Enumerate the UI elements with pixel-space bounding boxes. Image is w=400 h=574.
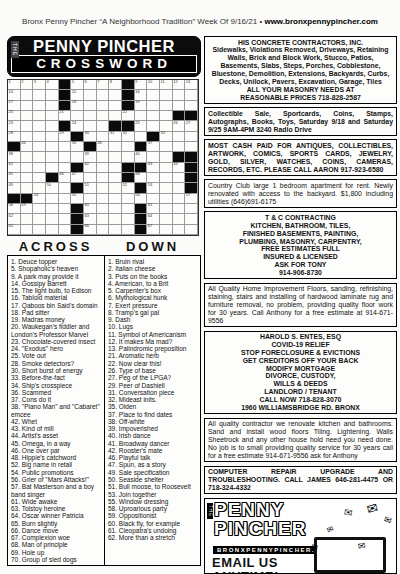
cell-number: 23 xyxy=(9,121,13,126)
grid-cell xyxy=(160,173,173,183)
cell-number: 40 xyxy=(135,152,139,157)
ad-2: Collectible Sale, Sportcards, Coins, Sta… xyxy=(204,107,397,136)
grid-cell-black xyxy=(122,163,135,173)
cell-number: 36 xyxy=(97,141,101,146)
clue-item: 54. Public promotions xyxy=(11,469,103,476)
clue-item: 43. Kind of mill xyxy=(11,425,103,432)
cell-number: 63 xyxy=(85,214,89,219)
grid-cell xyxy=(21,163,34,173)
clue-item: 60. Black fly, for example xyxy=(108,520,199,527)
clue-item: 24. "Exodus" hero xyxy=(11,345,103,352)
grid-cell xyxy=(97,152,110,162)
clue-item: 1. Bruin rival xyxy=(108,258,199,265)
grid-cell xyxy=(33,214,46,224)
grid-cell: 54 xyxy=(33,194,46,204)
email-ad-name-line2: PINCHER xyxy=(205,518,396,537)
grid-cell xyxy=(135,132,148,142)
grid-cell xyxy=(160,225,173,235)
clue-item: 8. Tramp's gal pal xyxy=(108,309,199,316)
cell-number: 57 xyxy=(186,193,190,198)
clue-item: 7. Exert pressure xyxy=(108,302,199,309)
clue-item: 11. Symbol of Americanism xyxy=(108,331,199,338)
grid-cell xyxy=(59,152,72,162)
grid-cell xyxy=(46,152,59,162)
grid-cell xyxy=(109,101,122,111)
grid-cell xyxy=(173,90,186,100)
cell-number: 47 xyxy=(72,172,76,177)
cell-number: 67 xyxy=(148,224,152,229)
grid-cell xyxy=(33,121,46,131)
cell-number: 44 xyxy=(173,162,177,167)
cell-number: 28 xyxy=(9,131,13,136)
down-clues: 1. Bruin rival2. Italian cheese3. Puts o… xyxy=(104,256,200,565)
grid-cell xyxy=(160,101,173,111)
grid-cell xyxy=(21,225,34,235)
grid-cell xyxy=(185,142,198,152)
page-header: Bronx Penny Pincher “A Neighborhood Trad… xyxy=(0,17,400,26)
grid-cell: 12 xyxy=(173,80,186,90)
grid-cell xyxy=(185,225,198,235)
clue-item: 46. Playful talk xyxy=(108,454,199,461)
clue-item: 69. Hole up xyxy=(11,549,103,556)
clue-item: 35. Olden xyxy=(108,403,199,410)
cell-number: 35 xyxy=(72,141,76,146)
grid-cell-black xyxy=(185,152,198,162)
crossword-grid: 1234567891011121314151617181920212223242… xyxy=(7,79,199,236)
grid-cell: 46 xyxy=(59,173,72,183)
logo-the-label: THE xyxy=(11,41,19,58)
clue-item: 66. Dance move xyxy=(11,527,103,534)
grid-cell xyxy=(160,163,173,173)
grid-cell xyxy=(122,204,135,214)
grid-cell: 31 xyxy=(109,132,122,142)
cell-number: 14 xyxy=(9,90,13,95)
grid-cell-black xyxy=(71,214,84,224)
clue-item: 5. Shopaholic's heaven xyxy=(11,265,103,272)
grid-cell xyxy=(21,111,34,121)
cell-number: 33 xyxy=(161,131,165,136)
clue-headers: ACROSS DOWN xyxy=(7,239,201,254)
clue-item: 27. Peg of the LPGA? xyxy=(108,374,199,381)
grid-cell-black xyxy=(122,90,135,100)
grid-cell xyxy=(109,194,122,204)
cell-number: 26 xyxy=(173,121,177,126)
grid-cell xyxy=(97,121,110,131)
clue-item: 25. Vote out xyxy=(11,352,103,359)
cell-number: 48 xyxy=(135,172,139,177)
clue-item: 56. Grier of "Mars Attacks!" xyxy=(11,476,103,483)
grid-cell xyxy=(97,204,110,214)
grid-cell: 42 xyxy=(84,163,97,173)
cell-number: 39 xyxy=(85,152,89,157)
grid-cell-black xyxy=(185,173,198,183)
grid-cell: 30 xyxy=(84,132,97,142)
grid-cell xyxy=(21,152,34,162)
grid-cell: 7 xyxy=(97,80,110,90)
cell-number: 45 xyxy=(9,172,13,177)
clue-item: 42. Whet xyxy=(11,418,103,425)
grid-cell-black xyxy=(71,225,84,235)
crossword-section: THE PENNY PINCHER CROSSWORD 123456789101… xyxy=(7,36,201,566)
clue-item: 33. Before-the-fact xyxy=(11,374,103,381)
grid-cell xyxy=(97,214,110,224)
grid-cell-black xyxy=(135,225,148,235)
cell-number: 58 xyxy=(9,203,13,208)
grid-cell: 10 xyxy=(147,80,160,90)
clue-item: 20. Waukegan's fiddler and London's Prof… xyxy=(11,323,103,338)
clue-item: 70. Group of sled dogs xyxy=(11,556,103,563)
grid-cell xyxy=(46,142,59,152)
header-url: www.bronxpennypincher.com xyxy=(264,17,378,26)
clue-item: 1. Deuce topper xyxy=(11,258,103,265)
grid-cell xyxy=(21,121,34,131)
cell-number: 43 xyxy=(148,162,152,167)
grid-cell xyxy=(147,121,160,131)
grid-cell: 8 xyxy=(109,80,122,90)
clue-item: 55. Window dressing xyxy=(108,498,199,505)
clue-item: 36. Scammed xyxy=(11,389,103,396)
grid-cell: 24 xyxy=(71,121,84,131)
cell-number: 51 xyxy=(85,183,89,188)
cell-number: 52 xyxy=(123,183,127,188)
grid-cell xyxy=(185,90,198,100)
across-clues: 1. Deuce topper5. Shopaholic's heaven9. … xyxy=(8,256,104,565)
grid-cell: 65 xyxy=(8,225,21,235)
grid-cell: 49 xyxy=(8,183,21,193)
grid-cell xyxy=(109,183,122,193)
grid-cell xyxy=(46,214,59,224)
grid-cell xyxy=(33,101,46,111)
grid-cell xyxy=(21,183,34,193)
clue-item: 12. It makes Ma mad? xyxy=(108,338,199,345)
grid-cell xyxy=(173,225,186,235)
grid-cell xyxy=(109,173,122,183)
grid-cell xyxy=(46,132,59,142)
grid-cell: 4 xyxy=(46,80,59,90)
grid-cell xyxy=(160,204,173,214)
grid-cell xyxy=(160,152,173,162)
cell-number: 19 xyxy=(135,100,139,105)
grid-cell xyxy=(46,111,59,121)
grid-cell: 40 xyxy=(135,152,148,162)
ad-5: T & C CONTRACTING KITCHEN, BATHROOM, TIL… xyxy=(204,211,397,279)
clue-item: 59. Oppositionist xyxy=(108,512,199,519)
clue-item: 48. Hippie's catchword xyxy=(11,454,103,461)
grid-cell-black xyxy=(135,214,148,224)
clue-item: 50. Seaside shelter xyxy=(108,476,199,483)
header-text: Bronx Penny Pincher “A Neighborhood Trad… xyxy=(22,17,264,26)
clue-item: 14. Gossipy Barrett xyxy=(11,280,103,287)
clue-item: 19. Madras money xyxy=(11,316,103,323)
cell-number: 17 xyxy=(9,100,13,105)
cell-number: 41 xyxy=(9,162,13,167)
clue-item: 22. Now clear this! xyxy=(108,360,199,367)
ad-3: MOST CASH PAID FOR ANTIQUES, COLLECTIBLE… xyxy=(204,139,397,175)
grid-cell: 22 xyxy=(122,111,135,121)
grid-cell: 34 xyxy=(21,142,34,152)
clue-item: 3. Puts on the books xyxy=(108,273,199,280)
clue-item: 44. Artist's asset xyxy=(11,432,103,439)
grid-cell xyxy=(59,142,72,152)
grid-cell xyxy=(46,163,59,173)
grid-cell xyxy=(122,214,135,224)
grid-cell: 47 xyxy=(71,173,84,183)
grid-cell xyxy=(21,90,34,100)
grid-cell xyxy=(33,152,46,162)
cell-number: 30 xyxy=(85,131,89,136)
grid-cell xyxy=(97,225,110,235)
grid-cell xyxy=(160,214,173,224)
grid-cell xyxy=(59,194,72,204)
grid-cell: 28 xyxy=(8,132,21,142)
grid-cell: 57 xyxy=(185,194,198,204)
grid-cell: 19 xyxy=(135,101,148,111)
grid-cell xyxy=(147,101,160,111)
grid-cell xyxy=(46,101,59,111)
clue-item: 5. Carpenter's box xyxy=(108,287,199,294)
grid-cell: 33 xyxy=(160,132,173,142)
email-ad-the-label: THE xyxy=(207,503,213,519)
clue-item: 31. Conversation piece xyxy=(108,389,199,396)
grid-cell xyxy=(84,101,97,111)
clue-item: 58. Uproarious party xyxy=(108,505,199,512)
cell-number: 5 xyxy=(72,80,74,85)
grid-cell: 37 xyxy=(147,142,160,152)
ad-9: COMPUTER REPAIR UPGRADE AND TROUBLESHOOT… xyxy=(204,466,397,495)
clue-item: 21. Aromatic herb xyxy=(108,352,199,359)
grid-cell: 21 xyxy=(59,111,72,121)
cell-number: 34 xyxy=(21,141,25,146)
grid-cell-black xyxy=(71,204,84,214)
clue-item: 4. American, to a Brit xyxy=(108,280,199,287)
grid-cell xyxy=(109,152,122,162)
grid-cell xyxy=(97,111,110,121)
grid-cell xyxy=(109,111,122,121)
grid-cell xyxy=(21,173,34,183)
clue-item: 18. Pad sitter xyxy=(11,309,103,316)
clue-item: 15. The light bulb, to Edison xyxy=(11,287,103,294)
clue-item: 9. Dash xyxy=(108,316,199,323)
grid-cell xyxy=(185,101,198,111)
grid-cell: 3 xyxy=(33,80,46,90)
grid-cell xyxy=(185,214,198,224)
clue-item: 47. Spun, as a story xyxy=(108,461,199,468)
clue-item: 51. Bull moose, to Roosevelt xyxy=(108,483,199,490)
logo-subtitle: CROSSWORD xyxy=(12,56,196,72)
clue-item: 63. Tolstoy heroine xyxy=(11,505,103,512)
grid-cell xyxy=(21,214,34,224)
grid-cell xyxy=(173,142,186,152)
grid-cell xyxy=(97,173,110,183)
grid-cell xyxy=(173,214,186,224)
cell-number: 59 xyxy=(21,203,25,208)
grid-cell xyxy=(33,90,46,100)
grid-cell: 25 xyxy=(135,121,148,131)
cell-number: 8 xyxy=(110,80,112,85)
cell-number: 7 xyxy=(97,80,99,85)
grid-cell xyxy=(173,194,186,204)
clue-item: 32. Mideast inits. xyxy=(108,396,199,403)
cell-number: 10 xyxy=(148,80,152,85)
clue-item: 37. Place to find dates xyxy=(108,411,199,418)
grid-cell xyxy=(160,111,173,121)
grid-cell-black xyxy=(135,204,148,214)
grid-cell-black xyxy=(122,80,135,90)
grid-cell: 66 xyxy=(84,225,97,235)
clue-item: 38. Off-white xyxy=(108,418,199,425)
cell-number: 16 xyxy=(135,90,139,95)
cell-number: 22 xyxy=(123,110,127,115)
grid-cell: 59 xyxy=(21,204,34,214)
grid-cell xyxy=(33,132,46,142)
cell-number: 62 xyxy=(9,214,13,219)
across-header: ACROSS xyxy=(7,239,104,254)
grid-cell: 50 xyxy=(46,183,59,193)
clue-item: 17. Qaboos bin Said's domain xyxy=(11,302,103,309)
grid-cell: 11 xyxy=(160,80,173,90)
cell-number: 6 xyxy=(85,80,87,85)
down-header: DOWN xyxy=(104,239,201,254)
grid-cell xyxy=(33,173,46,183)
grid-cell: 35 xyxy=(71,142,84,152)
grid-cell xyxy=(173,173,186,183)
grid-cell xyxy=(59,214,72,224)
cell-number: 42 xyxy=(85,162,89,167)
clue-item: 45. Omega, in a way xyxy=(11,440,103,447)
cell-number: 2 xyxy=(21,80,23,85)
clue-item: 28. Smoke detectors? xyxy=(11,360,103,367)
cell-number: 21 xyxy=(59,110,63,115)
clue-item: 68. Man of principle xyxy=(11,541,103,548)
clue-item: 61. Cleopatra's undoing xyxy=(108,527,199,534)
clue-item: 23. Chocolate-covered insect xyxy=(11,338,103,345)
grid-cell: 67 xyxy=(147,225,160,235)
clue-item: 67. Complexion woe xyxy=(11,534,103,541)
ad-6: All Quality Home Improvement Floors, san… xyxy=(204,283,397,327)
cell-number: 15 xyxy=(72,90,76,95)
grid-cell xyxy=(109,214,122,224)
grid-cell xyxy=(33,111,46,121)
cell-number: 55 xyxy=(72,193,76,198)
grid-cell xyxy=(122,194,135,204)
grid-cell: 2 xyxy=(21,80,34,90)
grid-cell xyxy=(122,225,135,235)
grid-cell xyxy=(109,163,122,173)
clue-item: 64. Oscar winner Patricia xyxy=(11,512,103,519)
grid-cell xyxy=(97,183,110,193)
ad-1: HIS CONCRETE CONTRACTORS, INC. Sidewalks… xyxy=(204,36,397,104)
clue-item: 30. Short burst of energy xyxy=(11,367,103,374)
grid-cell xyxy=(46,204,59,214)
grid-cell xyxy=(97,163,110,173)
cell-number: 4 xyxy=(47,80,49,85)
grid-cell xyxy=(33,204,46,214)
grid-cell xyxy=(109,142,122,152)
clue-item: 6. Mythological hunk xyxy=(108,294,199,301)
grid-cell xyxy=(147,90,160,100)
cell-number: 27 xyxy=(186,121,190,126)
grid-cell xyxy=(97,194,110,204)
grid-cell: 32 xyxy=(122,132,135,142)
cell-number: 60 xyxy=(85,203,89,208)
cell-number: 9 xyxy=(135,80,137,85)
grid-cell xyxy=(160,90,173,100)
clue-item: 40. Irish dance xyxy=(108,432,199,439)
grid-cell: 51 xyxy=(84,183,97,193)
ad-7: HAROLD S. ENTES, ESQ COVID-19 RELIEF STO… xyxy=(204,331,397,415)
cell-number: 50 xyxy=(47,183,51,188)
grid-cell xyxy=(71,152,84,162)
grid-cell xyxy=(173,132,186,142)
crossword-logo: THE PENNY PINCHER CROSSWORD xyxy=(7,36,201,77)
grid-cell xyxy=(59,225,72,235)
clue-item: 13. Palindromic preposition xyxy=(108,345,199,352)
cell-number: 65 xyxy=(9,224,13,229)
grid-cell: 36 xyxy=(97,142,110,152)
grid-cell xyxy=(173,183,186,193)
logo-subtitle-box: CROSSWORD xyxy=(11,55,197,73)
clue-item: 38. "Piano Man" and "Cabaret" emcee xyxy=(11,403,103,418)
clue-item: 10. Lugs xyxy=(108,323,199,330)
grid-cell xyxy=(33,163,46,173)
clue-item: 41. Broadway dancer xyxy=(108,440,199,447)
cell-number: 53 xyxy=(148,183,152,188)
envelope-icon: ✉ xyxy=(343,506,353,518)
classified-ads-column: HIS CONCRETE CONTRACTORS, INC. Sidewalks… xyxy=(204,36,397,574)
grid-cell xyxy=(33,142,46,152)
grid-cell xyxy=(21,101,34,111)
grid-cell: 52 xyxy=(122,183,135,193)
cell-number: 12 xyxy=(173,80,177,85)
grid-cell xyxy=(109,225,122,235)
cell-number: 38 xyxy=(9,152,13,157)
cell-number: 56 xyxy=(135,193,139,198)
penny-pincher-email-ad: THE PENNY PINCHER BRONXPENNYPINCHER.COM … xyxy=(204,498,397,574)
grid-cell xyxy=(122,152,135,162)
cell-number: 24 xyxy=(72,121,76,126)
clue-item: 61. Wide awake xyxy=(11,498,103,505)
clue-item: 46. One over par xyxy=(11,447,103,454)
grid-cell: 55 xyxy=(71,194,84,204)
cell-number: 32 xyxy=(123,131,127,136)
clue-item: 62. More than a stretch xyxy=(108,534,199,541)
clue-item: 37. Cons do it xyxy=(11,396,103,403)
clue-item: 26. Type of base xyxy=(108,367,199,374)
grid-cell xyxy=(122,142,135,152)
clue-item: 42. Rooster's mate xyxy=(108,447,199,454)
cell-number: 66 xyxy=(85,224,89,229)
cell-number: 37 xyxy=(148,141,152,146)
clue-item: 34. Ship's crosspiece xyxy=(11,382,103,389)
grid-cell xyxy=(59,204,72,214)
clue-item: 39. Impoverished xyxy=(108,425,199,432)
cell-number: 11 xyxy=(161,80,165,85)
cell-number: 18 xyxy=(72,100,76,105)
grid-cell-black xyxy=(59,90,72,100)
clue-item: 53. Join together xyxy=(108,491,199,498)
grid-cell: 13 xyxy=(185,80,198,90)
ad-4: Country Club large 1 bedroom apartment f… xyxy=(204,179,397,208)
monitor-icon xyxy=(314,537,386,573)
grid-cell xyxy=(160,194,173,204)
grid-cell xyxy=(84,111,97,121)
grid-cell xyxy=(109,204,122,214)
grid-cell: 6 xyxy=(84,80,97,90)
grid-cell xyxy=(185,204,198,214)
grid-cell xyxy=(46,225,59,235)
grid-cell: 53 xyxy=(147,183,160,193)
grid-cell xyxy=(160,142,173,152)
